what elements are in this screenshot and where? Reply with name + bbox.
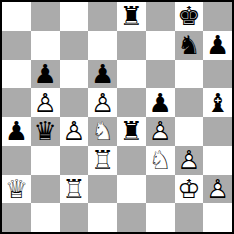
black-queen: ♛ xyxy=(31,117,60,146)
square-h8[interactable] xyxy=(203,2,232,31)
black-bishop: ♝ xyxy=(203,88,232,117)
square-f4[interactable]: ♟♙ xyxy=(146,117,175,146)
square-a8[interactable] xyxy=(2,2,31,31)
square-b2[interactable] xyxy=(31,175,60,204)
square-g6[interactable] xyxy=(175,60,204,89)
square-c2[interactable]: ♜♖ xyxy=(60,175,89,204)
square-f7[interactable] xyxy=(146,31,175,60)
black-pawn: ♟ xyxy=(31,60,60,89)
square-b4[interactable]: ♛ xyxy=(31,117,60,146)
square-d5[interactable]: ♟♙ xyxy=(88,88,117,117)
square-c1[interactable] xyxy=(60,203,89,232)
square-g2[interactable]: ♚♔ xyxy=(175,175,204,204)
square-e8[interactable]: ♜ xyxy=(117,2,146,31)
black-rook: ♜ xyxy=(117,2,146,31)
square-a2[interactable]: ♛♕ xyxy=(2,175,31,204)
square-b5[interactable]: ♟♙ xyxy=(31,88,60,117)
square-c5[interactable] xyxy=(60,88,89,117)
square-d3[interactable]: ♜♖ xyxy=(88,146,117,175)
square-f3[interactable]: ♞♘ xyxy=(146,146,175,175)
square-b3[interactable] xyxy=(31,146,60,175)
square-h6[interactable] xyxy=(203,60,232,89)
black-pawn: ♟ xyxy=(2,117,31,146)
square-a7[interactable] xyxy=(2,31,31,60)
square-b6[interactable]: ♟ xyxy=(31,60,60,89)
white-pawn: ♟♙ xyxy=(203,175,232,204)
square-b1[interactable] xyxy=(31,203,60,232)
square-g3[interactable]: ♟♙ xyxy=(175,146,204,175)
square-a1[interactable] xyxy=(2,203,31,232)
square-d2[interactable] xyxy=(88,175,117,204)
square-b7[interactable] xyxy=(31,31,60,60)
white-pawn: ♟♙ xyxy=(31,88,60,117)
square-b8[interactable] xyxy=(31,2,60,31)
square-d6[interactable]: ♟ xyxy=(88,60,117,89)
black-knight: ♞ xyxy=(175,31,204,60)
white-queen: ♛♕ xyxy=(2,175,31,204)
square-h5[interactable]: ♝ xyxy=(203,88,232,117)
square-d7[interactable] xyxy=(88,31,117,60)
square-h3[interactable] xyxy=(203,146,232,175)
square-a4[interactable]: ♟ xyxy=(2,117,31,146)
black-pawn: ♟ xyxy=(88,60,117,89)
square-c3[interactable] xyxy=(60,146,89,175)
square-e1[interactable] xyxy=(117,203,146,232)
square-e2[interactable] xyxy=(117,175,146,204)
white-knight: ♞♘ xyxy=(88,117,117,146)
white-pawn: ♟♙ xyxy=(175,146,204,175)
square-e7[interactable] xyxy=(117,31,146,60)
square-h4[interactable] xyxy=(203,117,232,146)
square-e3[interactable] xyxy=(117,146,146,175)
black-pawn: ♟ xyxy=(146,88,175,117)
square-f6[interactable] xyxy=(146,60,175,89)
square-f8[interactable] xyxy=(146,2,175,31)
square-d1[interactable] xyxy=(88,203,117,232)
square-d4[interactable]: ♞♘ xyxy=(88,117,117,146)
square-c8[interactable] xyxy=(60,2,89,31)
white-knight: ♞♘ xyxy=(146,146,175,175)
square-f2[interactable] xyxy=(146,175,175,204)
square-d8[interactable] xyxy=(88,2,117,31)
square-a5[interactable] xyxy=(2,88,31,117)
chess-board: ♜♚♞♟♟♟♟♙♟♙♟♝♟♛♟♙♞♘♜♟♙♜♖♞♘♟♙♛♕♜♖♚♔♟♙ xyxy=(0,0,234,234)
square-a3[interactable] xyxy=(2,146,31,175)
white-rook: ♜♖ xyxy=(60,175,89,204)
square-g5[interactable] xyxy=(175,88,204,117)
square-g4[interactable] xyxy=(175,117,204,146)
square-a6[interactable] xyxy=(2,60,31,89)
square-c7[interactable] xyxy=(60,31,89,60)
square-g7[interactable]: ♞ xyxy=(175,31,204,60)
white-pawn: ♟♙ xyxy=(146,117,175,146)
square-h1[interactable] xyxy=(203,203,232,232)
white-rook: ♜♖ xyxy=(88,146,117,175)
square-e5[interactable] xyxy=(117,88,146,117)
white-king: ♚♔ xyxy=(175,175,204,204)
square-g1[interactable] xyxy=(175,203,204,232)
square-e4[interactable]: ♜ xyxy=(117,117,146,146)
square-h2[interactable]: ♟♙ xyxy=(203,175,232,204)
chess-board-grid: ♜♚♞♟♟♟♟♙♟♙♟♝♟♛♟♙♞♘♜♟♙♜♖♞♘♟♙♛♕♜♖♚♔♟♙ xyxy=(2,2,232,232)
square-f1[interactable] xyxy=(146,203,175,232)
square-g8[interactable]: ♚ xyxy=(175,2,204,31)
white-pawn: ♟♙ xyxy=(88,88,117,117)
square-h7[interactable]: ♟ xyxy=(203,31,232,60)
black-king: ♚ xyxy=(175,2,204,31)
square-c6[interactable] xyxy=(60,60,89,89)
black-rook: ♜ xyxy=(117,117,146,146)
white-pawn: ♟♙ xyxy=(60,117,89,146)
square-e6[interactable] xyxy=(117,60,146,89)
black-pawn: ♟ xyxy=(203,31,232,60)
square-c4[interactable]: ♟♙ xyxy=(60,117,89,146)
square-f5[interactable]: ♟ xyxy=(146,88,175,117)
